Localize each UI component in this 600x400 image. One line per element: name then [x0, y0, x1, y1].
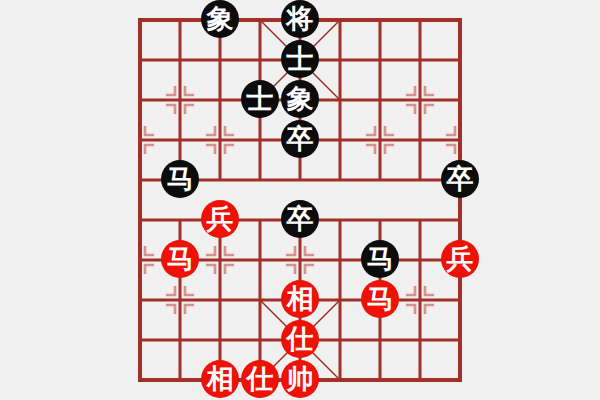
board-point: 士: [280, 40, 320, 80]
board-point: 兵: [440, 240, 480, 280]
board-point: 马: [360, 240, 400, 280]
piece-black-advisor[interactable]: 士: [281, 40, 319, 78]
piece-red-elephant[interactable]: 相: [281, 280, 319, 318]
board-point: 象: [280, 80, 320, 120]
board-point: 卒: [280, 120, 320, 160]
board-point: 马: [160, 160, 200, 200]
piece-black-elephant[interactable]: 象: [281, 80, 319, 118]
board-point: 象: [200, 0, 240, 40]
piece-black-elephant[interactable]: 象: [201, 0, 239, 38]
piece-red-general[interactable]: 帅: [281, 360, 319, 398]
pieces-layer: 象将士士象卒马卒兵卒马马兵相马仕相仕帅: [120, 0, 480, 400]
board-point: 相: [280, 280, 320, 320]
board-point: 兵: [200, 200, 240, 240]
board-point: 卒: [280, 200, 320, 240]
piece-black-advisor[interactable]: 士: [241, 80, 279, 118]
board-point: 卒: [440, 160, 480, 200]
board-point: 仕: [240, 360, 280, 400]
piece-black-pawn[interactable]: 卒: [281, 120, 319, 158]
xiangqi-app-window: 象将士士象卒马卒兵卒马马兵相马仕相仕帅: [0, 0, 600, 400]
piece-red-horse[interactable]: 马: [161, 240, 199, 278]
piece-red-horse[interactable]: 马: [361, 280, 399, 318]
board-point: 相: [200, 360, 240, 400]
board-point: 士: [240, 80, 280, 120]
piece-red-advisor[interactable]: 仕: [281, 320, 319, 358]
board-point: 马: [160, 240, 200, 280]
piece-black-pawn[interactable]: 卒: [441, 160, 479, 198]
piece-red-elephant[interactable]: 相: [201, 360, 239, 398]
piece-black-general[interactable]: 将: [281, 0, 319, 38]
board-point: 马: [360, 280, 400, 320]
piece-red-pawn[interactable]: 兵: [441, 240, 479, 278]
board-point: 将: [280, 0, 320, 40]
piece-red-advisor[interactable]: 仕: [241, 360, 279, 398]
board-point: 仕: [280, 320, 320, 360]
board-point: 帅: [280, 360, 320, 400]
piece-red-pawn[interactable]: 兵: [201, 200, 239, 238]
piece-black-horse[interactable]: 马: [361, 240, 399, 278]
piece-black-pawn[interactable]: 卒: [281, 200, 319, 238]
piece-black-horse[interactable]: 马: [161, 160, 199, 198]
